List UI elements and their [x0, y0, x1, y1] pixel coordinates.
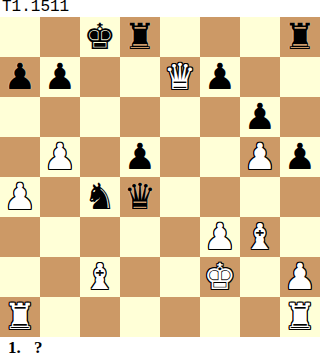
square-f6[interactable] [200, 97, 240, 137]
square-f7[interactable]: ♟ [200, 57, 240, 97]
square-d2[interactable] [120, 257, 160, 297]
black-knight: ♞ [84, 177, 116, 217]
square-a2[interactable] [0, 257, 40, 297]
black-pawn: ♟ [44, 57, 76, 97]
square-d3[interactable] [120, 217, 160, 257]
square-h5[interactable]: ♟ [280, 137, 320, 177]
square-b3[interactable] [40, 217, 80, 257]
square-c6[interactable] [80, 97, 120, 137]
square-b4[interactable] [40, 177, 80, 217]
black-pawn: ♟ [204, 57, 236, 97]
move-prompt: 1. ? [8, 338, 43, 357]
square-c2[interactable]: ♝ [80, 257, 120, 297]
white-pawn: ♟ [204, 217, 236, 257]
square-f4[interactable] [200, 177, 240, 217]
square-b5[interactable]: ♟ [40, 137, 80, 177]
black-rook: ♜ [124, 17, 156, 57]
square-a7[interactable]: ♟ [0, 57, 40, 97]
square-b8[interactable] [40, 17, 80, 57]
square-h8[interactable]: ♜ [280, 17, 320, 57]
black-pawn: ♟ [244, 97, 276, 137]
square-g2[interactable] [240, 257, 280, 297]
square-e1[interactable] [160, 297, 200, 337]
square-h7[interactable] [280, 57, 320, 97]
square-f2[interactable]: ♚ [200, 257, 240, 297]
square-d8[interactable]: ♜ [120, 17, 160, 57]
square-h6[interactable] [280, 97, 320, 137]
square-a5[interactable] [0, 137, 40, 177]
square-c3[interactable] [80, 217, 120, 257]
square-e8[interactable] [160, 17, 200, 57]
white-bishop: ♝ [244, 217, 276, 257]
chess-board: ♚♜♜♟♟♛♟♟♟♟♟♟♟♞♛♟♝♝♚♟♜♜ [0, 17, 320, 337]
square-c1[interactable] [80, 297, 120, 337]
square-e3[interactable] [160, 217, 200, 257]
square-c5[interactable] [80, 137, 120, 177]
white-pawn: ♟ [244, 137, 276, 177]
square-e7[interactable]: ♛ [160, 57, 200, 97]
square-e4[interactable] [160, 177, 200, 217]
square-d7[interactable] [120, 57, 160, 97]
white-pawn: ♟ [284, 257, 316, 297]
black-queen: ♛ [124, 177, 156, 217]
white-queen: ♛ [164, 57, 196, 97]
square-f1[interactable] [200, 297, 240, 337]
square-d6[interactable] [120, 97, 160, 137]
square-h3[interactable] [280, 217, 320, 257]
square-c7[interactable] [80, 57, 120, 97]
black-king: ♚ [84, 17, 116, 57]
square-e6[interactable] [160, 97, 200, 137]
square-b6[interactable] [40, 97, 80, 137]
square-c8[interactable]: ♚ [80, 17, 120, 57]
square-e2[interactable] [160, 257, 200, 297]
square-d1[interactable] [120, 297, 160, 337]
square-g1[interactable] [240, 297, 280, 337]
white-rook: ♜ [284, 297, 316, 337]
square-b1[interactable] [40, 297, 80, 337]
square-g5[interactable]: ♟ [240, 137, 280, 177]
square-a1[interactable]: ♜ [0, 297, 40, 337]
square-f5[interactable] [200, 137, 240, 177]
square-a8[interactable] [0, 17, 40, 57]
square-a4[interactable]: ♟ [0, 177, 40, 217]
white-pawn: ♟ [4, 177, 36, 217]
square-d5[interactable]: ♟ [120, 137, 160, 177]
square-h1[interactable]: ♜ [280, 297, 320, 337]
black-pawn: ♟ [4, 57, 36, 97]
white-pawn: ♟ [44, 137, 76, 177]
black-rook: ♜ [284, 17, 316, 57]
square-g3[interactable]: ♝ [240, 217, 280, 257]
square-b7[interactable]: ♟ [40, 57, 80, 97]
square-g6[interactable]: ♟ [240, 97, 280, 137]
square-g8[interactable] [240, 17, 280, 57]
white-rook: ♜ [4, 297, 36, 337]
black-pawn: ♟ [284, 137, 316, 177]
square-b2[interactable] [40, 257, 80, 297]
square-e5[interactable] [160, 137, 200, 177]
square-g7[interactable] [240, 57, 280, 97]
square-f3[interactable]: ♟ [200, 217, 240, 257]
white-king: ♚ [204, 257, 236, 297]
square-h4[interactable] [280, 177, 320, 217]
square-g4[interactable] [240, 177, 280, 217]
square-d4[interactable]: ♛ [120, 177, 160, 217]
square-f8[interactable] [200, 17, 240, 57]
black-pawn: ♟ [124, 137, 156, 177]
square-a6[interactable] [0, 97, 40, 137]
square-c4[interactable]: ♞ [80, 177, 120, 217]
square-h2[interactable]: ♟ [280, 257, 320, 297]
white-bishop: ♝ [84, 257, 116, 297]
square-a3[interactable] [0, 217, 40, 257]
puzzle-title: T1.1511 [2, 0, 69, 16]
